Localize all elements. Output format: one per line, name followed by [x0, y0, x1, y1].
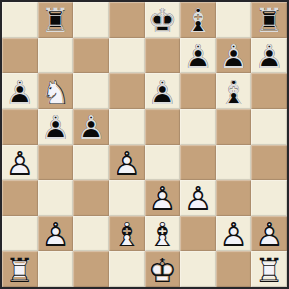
square-d3[interactable] [109, 180, 145, 216]
square-b8[interactable]: ♜♖ [38, 2, 74, 38]
white-king-piece[interactable]: ♚♔ [145, 251, 181, 287]
black-rook-piece[interactable]: ♜♖ [251, 2, 287, 38]
square-e3[interactable]: ♟♙ [145, 180, 181, 216]
square-f5[interactable] [180, 109, 216, 145]
square-b3[interactable] [38, 180, 74, 216]
white-pawn-outline-glyph: ♙ [2, 145, 38, 181]
black-pawn-piece[interactable]: ♟♙ [38, 109, 74, 145]
square-f1[interactable] [180, 251, 216, 287]
square-c4[interactable] [73, 145, 109, 181]
square-c2[interactable] [73, 216, 109, 252]
black-pawn-outline-glyph: ♙ [145, 73, 181, 109]
white-pawn-piece[interactable]: ♟♙ [109, 145, 145, 181]
square-g4[interactable] [216, 145, 252, 181]
black-bishop-piece[interactable]: ♝♗ [180, 2, 216, 38]
black-pawn-outline-glyph: ♙ [251, 38, 287, 74]
square-d8[interactable] [109, 2, 145, 38]
white-knight-outline-glyph: ♘ [38, 73, 74, 109]
square-g1[interactable] [216, 251, 252, 287]
square-a6[interactable]: ♟♙ [2, 73, 38, 109]
square-a8[interactable] [2, 2, 38, 38]
chess-board: ♜♖♚♔♝♗♜♖♟♙♟♙♟♙♟♙♞♘♟♙♝♗♟♙♟♙♟♙♟♙♟♙♟♙♟♙♝♗♝♗… [0, 0, 289, 289]
black-pawn-piece[interactable]: ♟♙ [73, 109, 109, 145]
square-e1[interactable]: ♚♔ [145, 251, 181, 287]
square-c7[interactable] [73, 38, 109, 74]
square-h8[interactable]: ♜♖ [251, 2, 287, 38]
square-e7[interactable] [145, 38, 181, 74]
black-pawn-outline-glyph: ♙ [216, 38, 252, 74]
square-h2[interactable]: ♟♙ [251, 216, 287, 252]
square-g7[interactable]: ♟♙ [216, 38, 252, 74]
white-pawn-piece[interactable]: ♟♙ [216, 216, 252, 252]
square-d2[interactable]: ♝♗ [109, 216, 145, 252]
black-pawn-outline-glyph: ♙ [2, 73, 38, 109]
black-pawn-piece[interactable]: ♟♙ [2, 73, 38, 109]
square-a7[interactable] [2, 38, 38, 74]
square-a1[interactable]: ♜♖ [2, 251, 38, 287]
square-g5[interactable] [216, 109, 252, 145]
square-a4[interactable]: ♟♙ [2, 145, 38, 181]
white-pawn-outline-glyph: ♙ [109, 145, 145, 181]
square-b6[interactable]: ♞♘ [38, 73, 74, 109]
white-pawn-outline-glyph: ♙ [216, 216, 252, 252]
black-pawn-piece[interactable]: ♟♙ [216, 38, 252, 74]
square-h6[interactable] [251, 73, 287, 109]
square-e5[interactable] [145, 109, 181, 145]
white-pawn-piece[interactable]: ♟♙ [251, 216, 287, 252]
white-bishop-piece[interactable]: ♝♗ [109, 216, 145, 252]
square-c1[interactable] [73, 251, 109, 287]
square-e4[interactable] [145, 145, 181, 181]
square-c5[interactable]: ♟♙ [73, 109, 109, 145]
square-d4[interactable]: ♟♙ [109, 145, 145, 181]
chess-board-grid: ♜♖♚♔♝♗♜♖♟♙♟♙♟♙♟♙♞♘♟♙♝♗♟♙♟♙♟♙♟♙♟♙♟♙♟♙♝♗♝♗… [2, 2, 287, 287]
white-rook-outline-glyph: ♖ [2, 251, 38, 287]
square-d5[interactable] [109, 109, 145, 145]
square-c6[interactable] [73, 73, 109, 109]
square-g3[interactable] [216, 180, 252, 216]
white-rook-piece[interactable]: ♜♖ [2, 251, 38, 287]
square-e8[interactable]: ♚♔ [145, 2, 181, 38]
white-rook-piece[interactable]: ♜♖ [251, 251, 287, 287]
white-bishop-outline-glyph: ♗ [109, 216, 145, 252]
square-h7[interactable]: ♟♙ [251, 38, 287, 74]
square-c3[interactable] [73, 180, 109, 216]
black-pawn-outline-glyph: ♙ [38, 109, 74, 145]
white-bishop-outline-glyph: ♗ [145, 216, 181, 252]
square-g2[interactable]: ♟♙ [216, 216, 252, 252]
square-h5[interactable] [251, 109, 287, 145]
white-pawn-piece[interactable]: ♟♙ [38, 216, 74, 252]
black-pawn-outline-glyph: ♙ [73, 109, 109, 145]
square-f7[interactable]: ♟♙ [180, 38, 216, 74]
square-e6[interactable]: ♟♙ [145, 73, 181, 109]
black-pawn-piece[interactable]: ♟♙ [251, 38, 287, 74]
black-bishop-outline-glyph: ♗ [216, 73, 252, 109]
square-g8[interactable] [216, 2, 252, 38]
white-bishop-piece[interactable]: ♝♗ [145, 216, 181, 252]
black-king-outline-glyph: ♔ [145, 2, 181, 38]
square-d6[interactable] [109, 73, 145, 109]
square-h1[interactable]: ♜♖ [251, 251, 287, 287]
square-b4[interactable] [38, 145, 74, 181]
black-king-piece[interactable]: ♚♔ [145, 2, 181, 38]
white-pawn-outline-glyph: ♙ [251, 216, 287, 252]
square-f8[interactable]: ♝♗ [180, 2, 216, 38]
square-f2[interactable] [180, 216, 216, 252]
white-rook-outline-glyph: ♖ [251, 251, 287, 287]
square-g6[interactable]: ♝♗ [216, 73, 252, 109]
square-h4[interactable] [251, 145, 287, 181]
square-b1[interactable] [38, 251, 74, 287]
square-d1[interactable] [109, 251, 145, 287]
square-f3[interactable]: ♟♙ [180, 180, 216, 216]
square-e2[interactable]: ♝♗ [145, 216, 181, 252]
black-pawn-outline-glyph: ♙ [180, 38, 216, 74]
square-d7[interactable] [109, 38, 145, 74]
white-pawn-outline-glyph: ♙ [180, 180, 216, 216]
white-pawn-outline-glyph: ♙ [38, 216, 74, 252]
black-rook-piece[interactable]: ♜♖ [38, 2, 74, 38]
black-pawn-piece[interactable]: ♟♙ [180, 38, 216, 74]
black-bishop-outline-glyph: ♗ [180, 2, 216, 38]
white-pawn-piece[interactable]: ♟♙ [180, 180, 216, 216]
square-b5[interactable]: ♟♙ [38, 109, 74, 145]
square-b7[interactable] [38, 38, 74, 74]
black-rook-outline-glyph: ♖ [38, 2, 74, 38]
white-pawn-piece[interactable]: ♟♙ [2, 145, 38, 181]
square-f4[interactable] [180, 145, 216, 181]
square-a3[interactable] [2, 180, 38, 216]
white-pawn-piece[interactable]: ♟♙ [145, 180, 181, 216]
square-h3[interactable] [251, 180, 287, 216]
square-f6[interactable] [180, 73, 216, 109]
black-bishop-piece[interactable]: ♝♗ [216, 73, 252, 109]
square-a2[interactable] [2, 216, 38, 252]
black-pawn-piece[interactable]: ♟♙ [145, 73, 181, 109]
black-rook-outline-glyph: ♖ [251, 2, 287, 38]
white-knight-piece[interactable]: ♞♘ [38, 73, 74, 109]
white-king-outline-glyph: ♔ [145, 251, 181, 287]
white-pawn-outline-glyph: ♙ [145, 180, 181, 216]
square-a5[interactable] [2, 109, 38, 145]
square-c8[interactable] [73, 2, 109, 38]
square-b2[interactable]: ♟♙ [38, 216, 74, 252]
